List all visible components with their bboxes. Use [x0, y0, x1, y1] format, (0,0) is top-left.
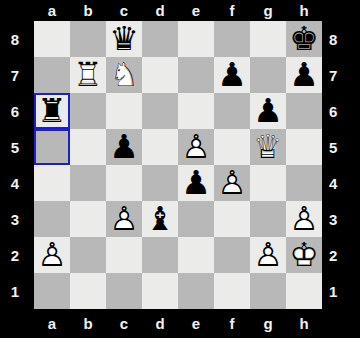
rank-label-6-right: 6	[322, 93, 360, 129]
square-d2[interactable]	[142, 237, 178, 273]
piece-white-king: ♚♔	[286, 237, 322, 273]
file-label-a-top: a	[34, 0, 70, 21]
piece-black-pawn: ♟	[250, 93, 286, 129]
square-d3[interactable]: ♝	[142, 201, 178, 237]
piece-black-queen: ♛	[106, 21, 142, 57]
file-label-f-top: f	[214, 0, 250, 21]
square-a3[interactable]	[34, 201, 70, 237]
rank-label-5-left: 5	[0, 129, 34, 165]
square-e8[interactable]	[178, 21, 214, 57]
piece-black-rook: ♜	[34, 93, 70, 129]
square-f4[interactable]: ♟♙	[214, 165, 250, 201]
square-h6[interactable]	[286, 93, 322, 129]
file-label-c-bottom: c	[106, 309, 142, 338]
square-d4[interactable]	[142, 165, 178, 201]
file-labels-top: abcdefgh	[34, 0, 322, 21]
square-e5[interactable]: ♟♙	[178, 129, 214, 165]
rank-label-2-right: 2	[322, 237, 360, 273]
square-b3[interactable]	[70, 201, 106, 237]
rank-label-6-left: 6	[0, 93, 34, 129]
square-h1[interactable]	[286, 273, 322, 309]
square-g7[interactable]	[250, 57, 286, 93]
rank-label-2-left: 2	[0, 237, 34, 273]
square-a1[interactable]	[34, 273, 70, 309]
rank-label-1-right: 1	[322, 273, 360, 309]
square-b1[interactable]	[70, 273, 106, 309]
piece-black-pawn: ♟	[178, 165, 214, 201]
square-a2[interactable]: ♟♙	[34, 237, 70, 273]
square-c1[interactable]	[106, 273, 142, 309]
square-g2[interactable]: ♟♙	[250, 237, 286, 273]
piece-white-pawn: ♟♙	[250, 237, 286, 273]
piece-white-pawn: ♟♙	[178, 129, 214, 165]
square-d5[interactable]	[142, 129, 178, 165]
square-h3[interactable]: ♟♙	[286, 201, 322, 237]
file-label-c-top: c	[106, 0, 142, 21]
rank-label-4-right: 4	[322, 165, 360, 201]
square-e6[interactable]	[178, 93, 214, 129]
file-label-e-top: e	[178, 0, 214, 21]
square-e1[interactable]	[178, 273, 214, 309]
square-c3[interactable]: ♟♙	[106, 201, 142, 237]
rank-label-3-right: 3	[322, 201, 360, 237]
file-label-f-bottom: f	[214, 309, 250, 338]
piece-white-knight: ♞♘	[106, 57, 142, 93]
rank-label-5-right: 5	[322, 129, 360, 165]
square-c2[interactable]	[106, 237, 142, 273]
square-e4[interactable]: ♟	[178, 165, 214, 201]
rank-label-1-left: 1	[0, 273, 34, 309]
square-c5[interactable]: ♟	[106, 129, 142, 165]
square-f3[interactable]	[214, 201, 250, 237]
square-d1[interactable]	[142, 273, 178, 309]
square-f5[interactable]	[214, 129, 250, 165]
square-b7[interactable]: ♜♖	[70, 57, 106, 93]
chess-app-window: abcdefgh 87654321 87654321 ♛♚♜♖♞♘♟♟♜♟♟♟♙…	[0, 0, 360, 338]
file-label-g-bottom: g	[250, 309, 286, 338]
square-f2[interactable]	[214, 237, 250, 273]
square-e3[interactable]	[178, 201, 214, 237]
file-label-b-bottom: b	[70, 309, 106, 338]
square-g6[interactable]: ♟	[250, 93, 286, 129]
piece-black-pawn: ♟	[286, 57, 322, 93]
piece-white-queen: ♛♕	[250, 129, 286, 165]
rank-label-3-left: 3	[0, 201, 34, 237]
square-f8[interactable]	[214, 21, 250, 57]
square-d7[interactable]	[142, 57, 178, 93]
rank-label-4-left: 4	[0, 165, 34, 201]
file-label-d-top: d	[142, 0, 178, 21]
square-h4[interactable]	[286, 165, 322, 201]
square-f6[interactable]	[214, 93, 250, 129]
square-g1[interactable]	[250, 273, 286, 309]
file-label-h-bottom: h	[286, 309, 322, 338]
file-label-g-top: g	[250, 0, 286, 21]
square-e2[interactable]	[178, 237, 214, 273]
rank-label-8-right: 8	[322, 21, 360, 57]
piece-white-rook: ♜♖	[70, 57, 106, 93]
file-label-d-bottom: d	[142, 309, 178, 338]
square-c7[interactable]: ♞♘	[106, 57, 142, 93]
square-c4[interactable]	[106, 165, 142, 201]
piece-white-pawn: ♟♙	[34, 237, 70, 273]
square-g8[interactable]	[250, 21, 286, 57]
rank-label-7-right: 7	[322, 57, 360, 93]
piece-black-pawn: ♟	[214, 57, 250, 93]
square-b2[interactable]	[70, 237, 106, 273]
piece-black-bishop: ♝	[142, 201, 178, 237]
square-b5[interactable]	[70, 129, 106, 165]
piece-white-pawn: ♟♙	[106, 201, 142, 237]
square-b8[interactable]	[70, 21, 106, 57]
square-h8[interactable]: ♚	[286, 21, 322, 57]
square-e7[interactable]	[178, 57, 214, 93]
piece-white-pawn: ♟♙	[286, 201, 322, 237]
square-f1[interactable]	[214, 273, 250, 309]
square-h2[interactable]: ♚♔	[286, 237, 322, 273]
square-g4[interactable]	[250, 165, 286, 201]
square-a6[interactable]: ♜	[34, 93, 70, 129]
rank-label-8-left: 8	[0, 21, 34, 57]
square-g3[interactable]	[250, 201, 286, 237]
square-b6[interactable]	[70, 93, 106, 129]
file-labels-bottom: abcdefgh	[34, 309, 322, 338]
square-c6[interactable]	[106, 93, 142, 129]
square-d6[interactable]	[142, 93, 178, 129]
file-label-b-top: b	[70, 0, 106, 21]
file-label-a-bottom: a	[34, 309, 70, 338]
square-h7[interactable]: ♟	[286, 57, 322, 93]
rank-labels-left: 87654321	[0, 21, 34, 309]
square-a4[interactable]	[34, 165, 70, 201]
file-label-h-top: h	[286, 0, 322, 21]
square-h5[interactable]	[286, 129, 322, 165]
piece-black-king: ♚	[286, 21, 322, 57]
square-f7[interactable]: ♟	[214, 57, 250, 93]
square-c8[interactable]: ♛	[106, 21, 142, 57]
chess-board: ♛♚♜♖♞♘♟♟♜♟♟♟♙♛♕♟♟♙♟♙♝♟♙♟♙♟♙♚♔	[34, 21, 322, 309]
piece-white-pawn: ♟♙	[214, 165, 250, 201]
square-b4[interactable]	[70, 165, 106, 201]
square-a5[interactable]	[34, 129, 70, 165]
piece-black-pawn: ♟	[106, 129, 142, 165]
square-d8[interactable]	[142, 21, 178, 57]
rank-labels-right: 87654321	[322, 21, 360, 309]
file-label-e-bottom: e	[178, 309, 214, 338]
square-g5[interactable]: ♛♕	[250, 129, 286, 165]
rank-label-7-left: 7	[0, 57, 34, 93]
square-a8[interactable]	[34, 21, 70, 57]
square-a7[interactable]	[34, 57, 70, 93]
